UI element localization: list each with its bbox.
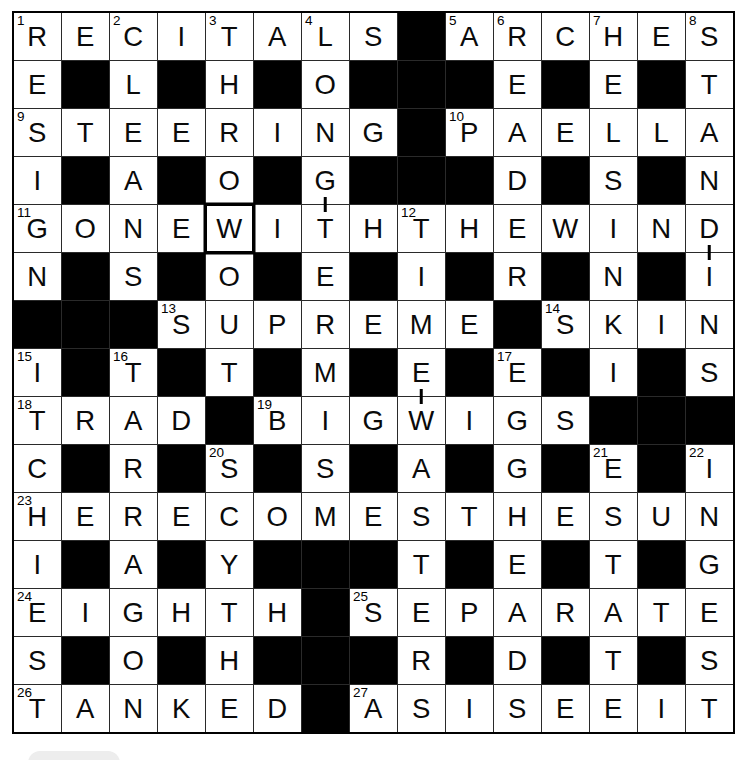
- grid-cell[interactable]: I: [158, 13, 205, 60]
- grid-cell[interactable]: 1R: [14, 13, 61, 60]
- grid-cell[interactable]: I: [686, 253, 733, 300]
- grid-cell[interactable]: 25S: [350, 589, 397, 636]
- grid-cell[interactable]: T: [206, 349, 253, 396]
- cell-letter: M: [314, 503, 337, 531]
- bottom-sheet-handle[interactable]: [28, 751, 120, 760]
- cell-letter: E: [172, 215, 190, 243]
- cell-letter: S: [556, 407, 574, 435]
- cell-letter: G: [699, 551, 720, 579]
- grid-cell[interactable]: L: [638, 109, 685, 156]
- black-cell: [158, 541, 205, 588]
- grid-cell[interactable]: A: [254, 13, 301, 60]
- cell-letter: E: [172, 119, 190, 147]
- grid-cell[interactable]: N: [686, 301, 733, 348]
- grid-cell[interactable]: I: [446, 685, 493, 732]
- black-cell: [302, 541, 349, 588]
- cell-letter: H: [507, 503, 527, 531]
- grid-cell[interactable]: 3T: [206, 13, 253, 60]
- grid-cell[interactable]: R: [110, 493, 157, 540]
- grid-cell[interactable]: I: [254, 109, 301, 156]
- cell-letter: S: [604, 167, 622, 195]
- grid-cell[interactable]: H: [350, 205, 397, 252]
- grid-cell[interactable]: U: [206, 301, 253, 348]
- cell-letter: R: [75, 407, 95, 435]
- grid-cell[interactable]: P: [446, 589, 493, 636]
- black-cell: [542, 637, 589, 684]
- cell-letter: H: [363, 215, 383, 243]
- cell-letter: T: [413, 551, 430, 579]
- grid-cell[interactable]: T: [590, 541, 637, 588]
- cell-letter: I: [33, 167, 41, 195]
- cell-letter: N: [651, 215, 671, 243]
- cell-letter: E: [364, 503, 382, 531]
- grid-cell[interactable]: O: [206, 157, 253, 204]
- grid-cell[interactable]: R: [110, 445, 157, 492]
- grid-cell[interactable]: S: [350, 13, 397, 60]
- cell-letter: G: [363, 119, 384, 147]
- cell-letter: E: [76, 503, 94, 531]
- cell-letter: L: [318, 23, 333, 51]
- cell-letter: G: [507, 407, 528, 435]
- black-cell: [62, 637, 109, 684]
- cell-letter: R: [27, 23, 47, 51]
- grid-cell[interactable]: T: [590, 637, 637, 684]
- clue-number: 3: [209, 14, 217, 28]
- grid-cell[interactable]: D: [494, 637, 541, 684]
- grid-cell[interactable]: C: [14, 445, 61, 492]
- cell-letter: Y: [220, 551, 238, 579]
- grid-cell[interactable]: T: [62, 109, 109, 156]
- cell-letter: R: [315, 311, 335, 339]
- grid-cell[interactable]: H: [494, 493, 541, 540]
- black-cell: [254, 157, 301, 204]
- grid-cell[interactable]: D: [158, 397, 205, 444]
- grid-cell[interactable]: L: [590, 109, 637, 156]
- black-cell: [158, 445, 205, 492]
- grid-cell[interactable]: H: [206, 637, 253, 684]
- cell-letter: M: [314, 359, 337, 387]
- grid-cell[interactable]: A: [398, 445, 445, 492]
- grid-cell[interactable]: I: [638, 301, 685, 348]
- clue-number: 5: [449, 14, 457, 28]
- grid-cell[interactable]: S: [302, 445, 349, 492]
- crossword-grid: 1RE2CI3TA4LS5A6RC7HE8SELHOEET9STEERING10…: [12, 11, 735, 734]
- grid-cell[interactable]: A: [494, 109, 541, 156]
- cell-letter: E: [460, 311, 478, 339]
- grid-cell[interactable]: E: [542, 493, 589, 540]
- grid-cell[interactable]: G: [494, 445, 541, 492]
- grid-cell[interactable]: T: [686, 61, 733, 108]
- cell-letter: S: [604, 503, 622, 531]
- black-cell: [398, 109, 445, 156]
- grid-cell[interactable]: H: [206, 61, 253, 108]
- black-cell: [62, 301, 109, 348]
- grid-cell[interactable]: T: [206, 589, 253, 636]
- black-cell: [446, 637, 493, 684]
- cell-letter: S: [700, 23, 718, 51]
- cell-letter: S: [28, 647, 46, 675]
- black-cell: [590, 397, 637, 444]
- grid-cell[interactable]: N: [590, 253, 637, 300]
- cell-letter: H: [459, 215, 479, 243]
- grid-cell[interactable]: U: [638, 493, 685, 540]
- grid-cell[interactable]: K: [158, 685, 205, 732]
- cell-letter: C: [27, 455, 47, 483]
- grid-cell[interactable]: 7H: [590, 13, 637, 60]
- grid-cell[interactable]: 22I: [686, 445, 733, 492]
- grid-cell[interactable]: 21E: [590, 445, 637, 492]
- grid-cell[interactable]: E: [62, 493, 109, 540]
- cell-letter: C: [555, 23, 575, 51]
- cell-letter: R: [219, 119, 239, 147]
- cell-letter: L: [126, 71, 141, 99]
- grid-cell[interactable]: I: [590, 205, 637, 252]
- grid-cell[interactable]: 5A: [446, 13, 493, 60]
- clue-number: 10: [449, 110, 464, 124]
- clue-number: 18: [17, 398, 32, 412]
- grid-cell[interactable]: G: [686, 541, 733, 588]
- grid-cell[interactable]: 23H: [14, 493, 61, 540]
- black-cell: [254, 637, 301, 684]
- clue-number: 27: [353, 686, 368, 700]
- cell-letter: W: [408, 407, 434, 435]
- grid-cell[interactable]: P: [254, 301, 301, 348]
- grid-cell[interactable]: E: [158, 493, 205, 540]
- cell-letter: E: [412, 599, 430, 627]
- grid-cell[interactable]: K: [590, 301, 637, 348]
- grid-cell[interactable]: T: [686, 685, 733, 732]
- grid-cell[interactable]: E: [110, 109, 157, 156]
- black-cell: [638, 541, 685, 588]
- grid-cell[interactable]: 27A: [350, 685, 397, 732]
- cell-letter: I: [177, 23, 185, 51]
- grid-cell[interactable]: N: [686, 493, 733, 540]
- grid-cell[interactable]: 10P: [446, 109, 493, 156]
- clue-number: 20: [209, 446, 224, 460]
- grid-cell[interactable]: A: [590, 589, 637, 636]
- grid-cell[interactable]: O: [254, 493, 301, 540]
- black-cell: [206, 397, 253, 444]
- grid-cell[interactable]: C: [542, 13, 589, 60]
- grid-cell[interactable]: S: [398, 493, 445, 540]
- black-cell: [254, 61, 301, 108]
- cell-letter: A: [268, 23, 286, 51]
- grid-cell[interactable]: T: [398, 541, 445, 588]
- cell-letter: C: [123, 23, 143, 51]
- word-break-mark: [708, 245, 711, 260]
- grid-cell[interactable]: O: [62, 205, 109, 252]
- grid-cell[interactable]: 15I: [14, 349, 61, 396]
- cell-letter: I: [465, 695, 473, 723]
- cell-letter: N: [27, 263, 47, 291]
- grid-cell[interactable]: R: [542, 589, 589, 636]
- cell-letter: E: [28, 71, 46, 99]
- cell-letter: T: [461, 503, 478, 531]
- clue-number: 2: [113, 14, 121, 28]
- clue-number: 16: [113, 350, 128, 364]
- grid-cell[interactable]: A: [62, 685, 109, 732]
- grid-cell[interactable]: E: [494, 61, 541, 108]
- clue-number: 24: [17, 590, 32, 604]
- cell-letter: N: [699, 311, 719, 339]
- clue-number: 4: [305, 14, 313, 28]
- cell-letter: S: [508, 695, 526, 723]
- cell-letter: D: [507, 647, 527, 675]
- grid-cell[interactable]: M: [302, 493, 349, 540]
- grid-cell[interactable]: S: [686, 637, 733, 684]
- grid-cell[interactable]: I: [398, 253, 445, 300]
- grid-cell[interactable]: T: [638, 589, 685, 636]
- grid-cell[interactable]: 4L: [302, 13, 349, 60]
- black-cell: [638, 349, 685, 396]
- grid-cell[interactable]: E: [206, 685, 253, 732]
- black-cell: [62, 157, 109, 204]
- grid-cell[interactable]: G: [110, 589, 157, 636]
- grid-cell[interactable]: N: [686, 157, 733, 204]
- black-cell: [542, 253, 589, 300]
- grid-cell[interactable]: A: [494, 589, 541, 636]
- grid-cell[interactable]: O: [110, 637, 157, 684]
- black-cell: [158, 61, 205, 108]
- grid-cell[interactable]: E: [158, 109, 205, 156]
- cell-letter: E: [700, 599, 718, 627]
- grid-cell[interactable]: O: [302, 61, 349, 108]
- grid-cell[interactable]: 6R: [494, 13, 541, 60]
- grid-cell[interactable]: N: [302, 109, 349, 156]
- grid-cell[interactable]: R: [494, 253, 541, 300]
- cell-letter: E: [604, 695, 622, 723]
- cell-letter: E: [124, 119, 142, 147]
- grid-cell[interactable]: S: [590, 493, 637, 540]
- cell-letter: S: [700, 647, 718, 675]
- cell-letter: N: [123, 695, 143, 723]
- cell-letter: N: [123, 215, 143, 243]
- grid-cell[interactable]: E: [542, 685, 589, 732]
- black-cell: [542, 61, 589, 108]
- grid-cell[interactable]: 16T: [110, 349, 157, 396]
- grid-cell[interactable]: I: [14, 541, 61, 588]
- grid-cell[interactable]: E: [686, 589, 733, 636]
- cell-letter: R: [411, 647, 431, 675]
- grid-cell[interactable]: D: [254, 685, 301, 732]
- grid-cell[interactable]: S: [494, 685, 541, 732]
- grid-cell[interactable]: A: [110, 157, 157, 204]
- grid-cell[interactable]: M: [302, 349, 349, 396]
- grid-cell[interactable]: L: [110, 61, 157, 108]
- grid-cell[interactable]: N: [110, 685, 157, 732]
- grid-cell[interactable]: W: [542, 205, 589, 252]
- grid-cell[interactable]: S: [686, 349, 733, 396]
- cell-letter: E: [412, 359, 430, 387]
- grid-cell[interactable]: I: [590, 349, 637, 396]
- cell-letter: U: [219, 311, 239, 339]
- clue-number: 15: [17, 350, 32, 364]
- cell-letter: I: [273, 119, 281, 147]
- black-cell: [254, 445, 301, 492]
- cell-letter: I: [465, 407, 473, 435]
- grid-cell[interactable]: H: [254, 589, 301, 636]
- grid-cell[interactable]: T: [446, 493, 493, 540]
- grid-cell[interactable]: E: [590, 685, 637, 732]
- black-cell: [542, 445, 589, 492]
- cell-letter: T: [605, 647, 622, 675]
- cell-letter: N: [603, 263, 623, 291]
- cell-letter: T: [221, 359, 238, 387]
- black-cell: [398, 61, 445, 108]
- black-cell: [542, 541, 589, 588]
- grid-cell[interactable]: N: [110, 205, 157, 252]
- grid-cell[interactable]: E: [158, 205, 205, 252]
- grid-cell[interactable]: R: [302, 301, 349, 348]
- cell-letter: O: [75, 215, 96, 243]
- grid-cell[interactable]: S: [398, 685, 445, 732]
- grid-cell[interactable]: W: [398, 397, 445, 444]
- grid-cell[interactable]: E: [62, 13, 109, 60]
- black-cell: [350, 157, 397, 204]
- black-cell: [638, 253, 685, 300]
- black-cell: [302, 685, 349, 732]
- grid-cell[interactable]: I: [638, 685, 685, 732]
- grid-cell[interactable]: E: [398, 589, 445, 636]
- black-cell: [350, 253, 397, 300]
- grid-cell[interactable]: E: [350, 301, 397, 348]
- black-cell: [302, 637, 349, 684]
- grid-cell[interactable]: E: [494, 541, 541, 588]
- black-cell: [398, 157, 445, 204]
- cell-letter: I: [609, 215, 617, 243]
- grid-cell[interactable]: 13S: [158, 301, 205, 348]
- grid-cell[interactable]: Y: [206, 541, 253, 588]
- grid-cell[interactable]: E: [350, 493, 397, 540]
- grid-cell[interactable]: S: [110, 253, 157, 300]
- grid-cell[interactable]: 20S: [206, 445, 253, 492]
- grid-cell[interactable]: C: [206, 493, 253, 540]
- clue-number: 8: [689, 14, 697, 28]
- grid-cell[interactable]: I: [446, 397, 493, 444]
- cell-letter: S: [28, 119, 46, 147]
- grid-cell[interactable]: H: [446, 205, 493, 252]
- grid-cell[interactable]: A: [110, 541, 157, 588]
- cell-letter: T: [221, 599, 238, 627]
- grid-cell[interactable]: 24E: [14, 589, 61, 636]
- cell-letter: H: [267, 599, 287, 627]
- grid-cell[interactable]: 8S: [686, 13, 733, 60]
- cell-letter: S: [412, 695, 430, 723]
- grid-cell[interactable]: 17E: [494, 349, 541, 396]
- grid-cell[interactable]: G: [350, 109, 397, 156]
- cell-letter: E: [508, 71, 526, 99]
- cell-letter: W: [216, 215, 242, 243]
- black-cell: [350, 637, 397, 684]
- grid-cell[interactable]: E: [542, 109, 589, 156]
- cell-letter: T: [701, 695, 718, 723]
- cell-letter: D: [267, 695, 287, 723]
- grid-cell[interactable]: 26T: [14, 685, 61, 732]
- grid-cell[interactable]: E: [638, 13, 685, 60]
- grid-cell[interactable]: 19B: [254, 397, 301, 444]
- cell-letter: I: [33, 359, 41, 387]
- cell-letter: H: [219, 647, 239, 675]
- grid-cell[interactable]: I: [254, 205, 301, 252]
- grid-cell[interactable]: S: [542, 397, 589, 444]
- grid-cell[interactable]: 12T: [398, 205, 445, 252]
- grid-cell[interactable]: 2C: [110, 13, 157, 60]
- grid-cell[interactable]: H: [158, 589, 205, 636]
- grid-cell[interactable]: A: [686, 109, 733, 156]
- cell-letter: M: [410, 311, 433, 339]
- grid-cell[interactable]: E: [590, 61, 637, 108]
- cell-letter: I: [417, 263, 425, 291]
- grid-cell[interactable]: D: [494, 157, 541, 204]
- black-cell: [158, 349, 205, 396]
- black-cell: [158, 157, 205, 204]
- grid-cell[interactable]: E: [14, 61, 61, 108]
- cell-letter: O: [123, 647, 144, 675]
- cell-letter: I: [657, 695, 665, 723]
- grid-cell[interactable]: E: [446, 301, 493, 348]
- black-cell: [350, 349, 397, 396]
- cell-letter: H: [171, 599, 191, 627]
- grid-cell[interactable]: G: [494, 397, 541, 444]
- cell-letter: A: [124, 167, 142, 195]
- grid-cell[interactable]: I: [302, 397, 349, 444]
- cell-letter: R: [123, 503, 143, 531]
- black-cell: [446, 541, 493, 588]
- black-cell: [446, 61, 493, 108]
- cell-letter: R: [555, 599, 575, 627]
- grid-cell[interactable]: O: [206, 253, 253, 300]
- grid-cell[interactable]: S: [590, 157, 637, 204]
- clue-number: 12: [401, 206, 416, 220]
- grid-cell[interactable]: R: [398, 637, 445, 684]
- grid-cell[interactable]: M: [398, 301, 445, 348]
- black-cell: [62, 445, 109, 492]
- grid-cell[interactable]: R: [62, 397, 109, 444]
- grid-cell[interactable]: N: [638, 205, 685, 252]
- grid-cell[interactable]: R: [206, 109, 253, 156]
- grid-cell[interactable]: 18T: [14, 397, 61, 444]
- grid-cell[interactable]: 14S: [542, 301, 589, 348]
- cell-letter: G: [123, 599, 144, 627]
- black-cell: [254, 253, 301, 300]
- cell-letter: A: [124, 551, 142, 579]
- grid-cell[interactable]: S: [14, 637, 61, 684]
- grid-cell[interactable]: G: [350, 397, 397, 444]
- grid-cell[interactable]: I: [14, 157, 61, 204]
- cell-letter: S: [700, 359, 718, 387]
- black-cell: [638, 637, 685, 684]
- grid-cell[interactable]: 11G: [14, 205, 61, 252]
- cell-letter: P: [460, 599, 478, 627]
- grid-cell[interactable]: T: [302, 205, 349, 252]
- black-cell: [494, 301, 541, 348]
- cell-letter: K: [604, 311, 622, 339]
- grid-cell[interactable]: A: [110, 397, 157, 444]
- grid-cell[interactable]: E: [302, 253, 349, 300]
- grid-cell[interactable]: I: [62, 589, 109, 636]
- cell-letter: A: [700, 119, 718, 147]
- grid-cell[interactable]: E: [494, 205, 541, 252]
- grid-cell[interactable]: N: [14, 253, 61, 300]
- grid-cell[interactable]: 9S: [14, 109, 61, 156]
- cell-letter: R: [123, 455, 143, 483]
- cursor-cell[interactable]: W: [206, 205, 253, 252]
- cell-letter: C: [219, 503, 239, 531]
- cell-letter: I: [321, 407, 329, 435]
- cell-letter: O: [267, 503, 288, 531]
- clue-number: 13: [161, 302, 176, 316]
- black-cell: [638, 157, 685, 204]
